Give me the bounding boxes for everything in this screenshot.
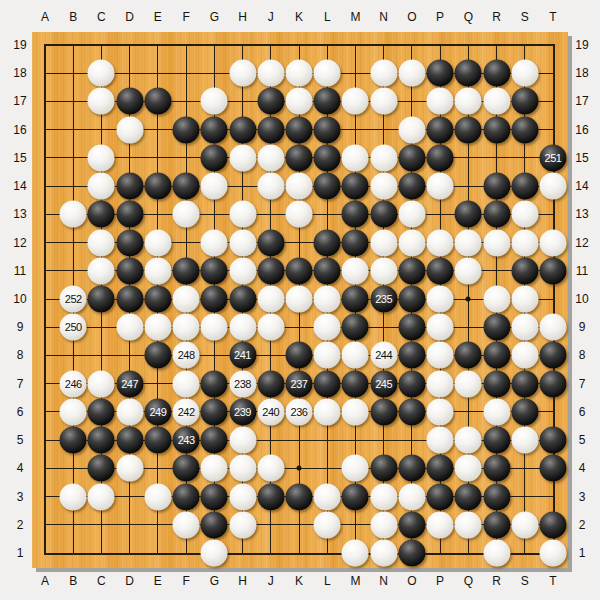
intersection-D8[interactable] xyxy=(116,341,144,369)
black-stone-C13[interactable] xyxy=(88,201,115,228)
white-stone-L6[interactable] xyxy=(314,398,341,425)
white-stone-E11[interactable] xyxy=(144,257,171,284)
intersection-A15[interactable] xyxy=(31,144,59,172)
white-stone-N18[interactable] xyxy=(370,60,397,87)
white-stone-O18[interactable] xyxy=(398,60,425,87)
white-stone-F8[interactable]: 248 xyxy=(173,342,200,369)
intersection-A13[interactable] xyxy=(31,200,59,228)
intersection-B16[interactable] xyxy=(59,116,87,144)
black-stone-N7[interactable]: 245 xyxy=(370,370,397,397)
intersection-P19[interactable] xyxy=(426,31,454,59)
white-stone-D6[interactable] xyxy=(116,398,143,425)
white-stone-C18[interactable] xyxy=(88,60,115,87)
intersection-K19[interactable] xyxy=(285,31,313,59)
intersection-B15[interactable] xyxy=(59,144,87,172)
white-stone-Q11[interactable] xyxy=(455,257,482,284)
white-stone-C14[interactable] xyxy=(88,173,115,200)
black-stone-J7[interactable] xyxy=(257,370,284,397)
white-stone-B3[interactable] xyxy=(60,483,87,510)
black-stone-O15[interactable] xyxy=(398,144,425,171)
black-stone-M7[interactable] xyxy=(342,370,369,397)
black-stone-O1[interactable] xyxy=(398,540,425,567)
black-stone-L15[interactable] xyxy=(314,144,341,171)
intersection-F12[interactable] xyxy=(172,229,200,257)
white-stone-B7[interactable]: 246 xyxy=(60,370,87,397)
black-stone-G16[interactable] xyxy=(201,116,228,143)
white-stone-S8[interactable] xyxy=(511,342,538,369)
black-stone-O10[interactable] xyxy=(398,286,425,313)
intersection-C8[interactable] xyxy=(87,341,115,369)
white-stone-H12[interactable] xyxy=(229,229,256,256)
black-stone-K7[interactable]: 237 xyxy=(286,370,313,397)
white-stone-N12[interactable] xyxy=(370,229,397,256)
black-stone-R9[interactable] xyxy=(483,314,510,341)
black-stone-P16[interactable] xyxy=(427,116,454,143)
black-stone-E17[interactable] xyxy=(144,88,171,115)
white-stone-H9[interactable] xyxy=(229,314,256,341)
intersection-A14[interactable] xyxy=(31,172,59,200)
intersection-S4[interactable] xyxy=(511,454,539,482)
black-stone-D12[interactable] xyxy=(116,229,143,256)
black-stone-D14[interactable] xyxy=(116,173,143,200)
intersection-C2[interactable] xyxy=(87,511,115,539)
white-stone-Q7[interactable] xyxy=(455,370,482,397)
black-stone-P11[interactable] xyxy=(427,257,454,284)
intersection-Q10[interactable] xyxy=(454,285,482,313)
white-stone-G12[interactable] xyxy=(201,229,228,256)
white-stone-G1[interactable] xyxy=(201,540,228,567)
white-stone-Q12[interactable] xyxy=(455,229,482,256)
white-stone-S2[interactable] xyxy=(511,511,538,538)
black-stone-O8[interactable] xyxy=(398,342,425,369)
intersection-Q14[interactable] xyxy=(454,172,482,200)
intersection-R11[interactable] xyxy=(483,257,511,285)
intersection-E15[interactable] xyxy=(144,144,172,172)
white-stone-P8[interactable] xyxy=(427,342,454,369)
white-stone-M4[interactable] xyxy=(342,455,369,482)
black-stone-R13[interactable] xyxy=(483,201,510,228)
black-stone-B5[interactable] xyxy=(60,427,87,454)
white-stone-G4[interactable] xyxy=(201,455,228,482)
white-stone-G17[interactable] xyxy=(201,88,228,115)
intersection-E13[interactable] xyxy=(144,200,172,228)
black-stone-M13[interactable] xyxy=(342,201,369,228)
black-stone-J16[interactable] xyxy=(257,116,284,143)
black-stone-L12[interactable] xyxy=(314,229,341,256)
intersection-H1[interactable] xyxy=(229,539,257,567)
white-stone-S13[interactable] xyxy=(511,201,538,228)
intersection-Q19[interactable] xyxy=(454,31,482,59)
white-stone-K13[interactable] xyxy=(286,201,313,228)
white-stone-H4[interactable] xyxy=(229,455,256,482)
white-stone-K18[interactable] xyxy=(286,60,313,87)
intersection-A4[interactable] xyxy=(31,454,59,482)
white-stone-H5[interactable] xyxy=(229,427,256,454)
intersection-K9[interactable] xyxy=(285,313,313,341)
white-stone-R1[interactable] xyxy=(483,540,510,567)
intersection-E2[interactable] xyxy=(144,511,172,539)
white-stone-M8[interactable] xyxy=(342,342,369,369)
black-stone-R14[interactable] xyxy=(483,173,510,200)
black-stone-J12[interactable] xyxy=(257,229,284,256)
intersection-M2[interactable] xyxy=(341,511,369,539)
black-stone-O11[interactable] xyxy=(398,257,425,284)
white-stone-N11[interactable] xyxy=(370,257,397,284)
intersection-A18[interactable] xyxy=(31,59,59,87)
black-stone-L7[interactable] xyxy=(314,370,341,397)
intersection-M18[interactable] xyxy=(341,59,369,87)
black-stone-D17[interactable] xyxy=(116,88,143,115)
black-stone-R4[interactable] xyxy=(483,455,510,482)
black-stone-F3[interactable] xyxy=(173,483,200,510)
intersection-C9[interactable] xyxy=(87,313,115,341)
white-stone-L8[interactable] xyxy=(314,342,341,369)
white-stone-C15[interactable] xyxy=(88,144,115,171)
white-stone-D16[interactable] xyxy=(116,116,143,143)
black-stone-R5[interactable] xyxy=(483,427,510,454)
white-stone-P12[interactable] xyxy=(427,229,454,256)
black-stone-E8[interactable] xyxy=(144,342,171,369)
white-stone-B6[interactable] xyxy=(60,398,87,425)
white-stone-F2[interactable] xyxy=(173,511,200,538)
black-stone-O6[interactable] xyxy=(398,398,425,425)
black-stone-L16[interactable] xyxy=(314,116,341,143)
intersection-J5[interactable] xyxy=(257,426,285,454)
intersection-D18[interactable] xyxy=(116,59,144,87)
intersection-E1[interactable] xyxy=(144,539,172,567)
white-stone-S12[interactable] xyxy=(511,229,538,256)
intersection-S19[interactable] xyxy=(511,31,539,59)
intersection-B8[interactable] xyxy=(59,341,87,369)
white-stone-F6[interactable]: 242 xyxy=(173,398,200,425)
white-stone-H2[interactable] xyxy=(229,511,256,538)
black-stone-L14[interactable] xyxy=(314,173,341,200)
white-stone-N3[interactable] xyxy=(370,483,397,510)
white-stone-C17[interactable] xyxy=(88,88,115,115)
white-stone-P7[interactable] xyxy=(427,370,454,397)
black-stone-K16[interactable] xyxy=(286,116,313,143)
intersection-R19[interactable] xyxy=(483,31,511,59)
white-stone-J4[interactable] xyxy=(257,455,284,482)
black-stone-K15[interactable] xyxy=(286,144,313,171)
black-stone-G5[interactable] xyxy=(201,427,228,454)
black-stone-E14[interactable] xyxy=(144,173,171,200)
intersection-M19[interactable] xyxy=(341,31,369,59)
white-stone-N2[interactable] xyxy=(370,511,397,538)
intersection-E18[interactable] xyxy=(144,59,172,87)
intersection-T18[interactable] xyxy=(539,59,567,87)
intersection-A8[interactable] xyxy=(31,341,59,369)
white-stone-H7[interactable]: 238 xyxy=(229,370,256,397)
intersection-A19[interactable] xyxy=(31,31,59,59)
intersection-J1[interactable] xyxy=(257,539,285,567)
white-stone-N17[interactable] xyxy=(370,88,397,115)
white-stone-L10[interactable] xyxy=(314,286,341,313)
white-stone-R10[interactable] xyxy=(483,286,510,313)
black-stone-Q3[interactable] xyxy=(455,483,482,510)
white-stone-N15[interactable] xyxy=(370,144,397,171)
black-stone-M9[interactable] xyxy=(342,314,369,341)
black-stone-C6[interactable] xyxy=(88,398,115,425)
black-stone-K11[interactable] xyxy=(286,257,313,284)
white-stone-J14[interactable] xyxy=(257,173,284,200)
black-stone-E5[interactable] xyxy=(144,427,171,454)
intersection-C1[interactable] xyxy=(87,539,115,567)
black-stone-M10[interactable] xyxy=(342,286,369,313)
intersection-Q9[interactable] xyxy=(454,313,482,341)
white-stone-J15[interactable] xyxy=(257,144,284,171)
black-stone-F5[interactable]: 243 xyxy=(173,427,200,454)
intersection-Q6[interactable] xyxy=(454,398,482,426)
intersection-B1[interactable] xyxy=(59,539,87,567)
black-stone-O9[interactable] xyxy=(398,314,425,341)
intersection-T13[interactable] xyxy=(539,200,567,228)
black-stone-F14[interactable] xyxy=(173,173,200,200)
black-stone-J3[interactable] xyxy=(257,483,284,510)
black-stone-L11[interactable] xyxy=(314,257,341,284)
intersection-F18[interactable] xyxy=(172,59,200,87)
white-stone-J18[interactable] xyxy=(257,60,284,87)
intersection-A11[interactable] xyxy=(31,257,59,285)
white-stone-P5[interactable] xyxy=(427,427,454,454)
black-stone-G11[interactable] xyxy=(201,257,228,284)
white-stone-T1[interactable] xyxy=(540,540,567,567)
black-stone-D11[interactable] xyxy=(116,257,143,284)
intersection-K2[interactable] xyxy=(285,511,313,539)
intersection-P1[interactable] xyxy=(426,539,454,567)
intersection-A7[interactable] xyxy=(31,370,59,398)
intersection-O17[interactable] xyxy=(398,87,426,115)
white-stone-N14[interactable] xyxy=(370,173,397,200)
white-stone-Q5[interactable] xyxy=(455,427,482,454)
black-stone-G6[interactable] xyxy=(201,398,228,425)
intersection-B19[interactable] xyxy=(59,31,87,59)
intersection-D3[interactable] xyxy=(116,483,144,511)
black-stone-K3[interactable] xyxy=(286,483,313,510)
white-stone-N8[interactable]: 244 xyxy=(370,342,397,369)
intersection-D1[interactable] xyxy=(116,539,144,567)
intersection-G19[interactable] xyxy=(200,31,228,59)
white-stone-L3[interactable] xyxy=(314,483,341,510)
intersection-Q15[interactable] xyxy=(454,144,482,172)
intersection-K1[interactable] xyxy=(285,539,313,567)
intersection-C19[interactable] xyxy=(87,31,115,59)
black-stone-R8[interactable] xyxy=(483,342,510,369)
intersection-Q1[interactable] xyxy=(454,539,482,567)
black-stone-N4[interactable] xyxy=(370,455,397,482)
intersection-F19[interactable] xyxy=(172,31,200,59)
white-stone-B13[interactable] xyxy=(60,201,87,228)
black-stone-G7[interactable] xyxy=(201,370,228,397)
intersection-F17[interactable] xyxy=(172,87,200,115)
black-stone-Q8[interactable] xyxy=(455,342,482,369)
intersection-L1[interactable] xyxy=(313,539,341,567)
black-stone-F4[interactable] xyxy=(173,455,200,482)
intersection-D19[interactable] xyxy=(116,31,144,59)
white-stone-F9[interactable] xyxy=(173,314,200,341)
black-stone-G15[interactable] xyxy=(201,144,228,171)
intersection-N5[interactable] xyxy=(370,426,398,454)
white-stone-R17[interactable] xyxy=(483,88,510,115)
black-stone-S16[interactable] xyxy=(511,116,538,143)
white-stone-H18[interactable] xyxy=(229,60,256,87)
white-stone-G9[interactable] xyxy=(201,314,228,341)
intersection-K5[interactable] xyxy=(285,426,313,454)
intersection-N16[interactable] xyxy=(370,116,398,144)
intersection-D2[interactable] xyxy=(116,511,144,539)
white-stone-B10[interactable]: 252 xyxy=(60,286,87,313)
white-stone-S5[interactable] xyxy=(511,427,538,454)
black-stone-Q16[interactable] xyxy=(455,116,482,143)
black-stone-O14[interactable] xyxy=(398,173,425,200)
intersection-F1[interactable] xyxy=(172,539,200,567)
intersection-T17[interactable] xyxy=(539,87,567,115)
intersection-S3[interactable] xyxy=(511,483,539,511)
intersection-J13[interactable] xyxy=(257,200,285,228)
black-stone-D13[interactable] xyxy=(116,201,143,228)
intersection-M16[interactable] xyxy=(341,116,369,144)
white-stone-K10[interactable] xyxy=(286,286,313,313)
intersection-E4[interactable] xyxy=(144,454,172,482)
white-stone-B9[interactable]: 250 xyxy=(60,314,87,341)
white-stone-T12[interactable] xyxy=(540,229,567,256)
intersection-S1[interactable] xyxy=(511,539,539,567)
white-stone-M1[interactable] xyxy=(342,540,369,567)
black-stone-H16[interactable] xyxy=(229,116,256,143)
white-stone-R12[interactable] xyxy=(483,229,510,256)
white-stone-R6[interactable] xyxy=(483,398,510,425)
black-stone-D7[interactable]: 247 xyxy=(116,370,143,397)
white-stone-O3[interactable] xyxy=(398,483,425,510)
intersection-B18[interactable] xyxy=(59,59,87,87)
white-stone-M17[interactable] xyxy=(342,88,369,115)
black-stone-S11[interactable] xyxy=(511,257,538,284)
intersection-O19[interactable] xyxy=(398,31,426,59)
white-stone-E3[interactable] xyxy=(144,483,171,510)
intersection-G8[interactable] xyxy=(200,341,228,369)
black-stone-O4[interactable] xyxy=(398,455,425,482)
intersection-K4[interactable] xyxy=(285,454,313,482)
white-stone-P9[interactable] xyxy=(427,314,454,341)
white-stone-E12[interactable] xyxy=(144,229,171,256)
intersection-A2[interactable] xyxy=(31,511,59,539)
intersection-P13[interactable] xyxy=(426,200,454,228)
white-stone-L9[interactable] xyxy=(314,314,341,341)
white-stone-T14[interactable] xyxy=(540,173,567,200)
black-stone-S6[interactable] xyxy=(511,398,538,425)
white-stone-K6[interactable]: 236 xyxy=(286,398,313,425)
intersection-E16[interactable] xyxy=(144,116,172,144)
black-stone-D5[interactable] xyxy=(116,427,143,454)
white-stone-J9[interactable] xyxy=(257,314,284,341)
intersection-B14[interactable] xyxy=(59,172,87,200)
black-stone-N6[interactable] xyxy=(370,398,397,425)
black-stone-S7[interactable] xyxy=(511,370,538,397)
white-stone-K17[interactable] xyxy=(286,88,313,115)
white-stone-S10[interactable] xyxy=(511,286,538,313)
black-stone-T2[interactable] xyxy=(540,511,567,538)
black-stone-T15[interactable]: 251 xyxy=(540,144,567,171)
white-stone-K14[interactable] xyxy=(286,173,313,200)
black-stone-P3[interactable] xyxy=(427,483,454,510)
white-stone-S9[interactable] xyxy=(511,314,538,341)
intersection-R15[interactable] xyxy=(483,144,511,172)
intersection-A10[interactable] xyxy=(31,285,59,313)
intersection-A9[interactable] xyxy=(31,313,59,341)
black-stone-O2[interactable] xyxy=(398,511,425,538)
intersection-B12[interactable] xyxy=(59,229,87,257)
intersection-D15[interactable] xyxy=(116,144,144,172)
white-stone-P6[interactable] xyxy=(427,398,454,425)
intersection-H14[interactable] xyxy=(229,172,257,200)
white-stone-O16[interactable] xyxy=(398,116,425,143)
black-stone-R3[interactable] xyxy=(483,483,510,510)
intersection-B11[interactable] xyxy=(59,257,87,285)
intersection-A16[interactable] xyxy=(31,116,59,144)
intersection-J8[interactable] xyxy=(257,341,285,369)
black-stone-Q13[interactable] xyxy=(455,201,482,228)
white-stone-C7[interactable] xyxy=(88,370,115,397)
black-stone-E6[interactable]: 249 xyxy=(144,398,171,425)
intersection-A1[interactable] xyxy=(31,539,59,567)
black-stone-H8[interactable]: 241 xyxy=(229,342,256,369)
black-stone-F11[interactable] xyxy=(173,257,200,284)
white-stone-J10[interactable] xyxy=(257,286,284,313)
intersection-H17[interactable] xyxy=(229,87,257,115)
black-stone-J11[interactable] xyxy=(257,257,284,284)
white-stone-C12[interactable] xyxy=(88,229,115,256)
white-stone-F7[interactable] xyxy=(173,370,200,397)
white-stone-C3[interactable] xyxy=(88,483,115,510)
intersection-A6[interactable] xyxy=(31,398,59,426)
white-stone-T9[interactable] xyxy=(540,314,567,341)
intersection-T19[interactable] xyxy=(539,31,567,59)
black-stone-J17[interactable] xyxy=(257,88,284,115)
intersection-G18[interactable] xyxy=(200,59,228,87)
white-stone-P14[interactable] xyxy=(427,173,454,200)
black-stone-C10[interactable] xyxy=(88,286,115,313)
intersection-J2[interactable] xyxy=(257,511,285,539)
white-stone-L2[interactable] xyxy=(314,511,341,538)
intersection-L4[interactable] xyxy=(313,454,341,482)
black-stone-M14[interactable] xyxy=(342,173,369,200)
black-stone-T8[interactable] xyxy=(540,342,567,369)
intersection-N9[interactable] xyxy=(370,313,398,341)
black-stone-O7[interactable] xyxy=(398,370,425,397)
black-stone-T4[interactable] xyxy=(540,455,567,482)
intersection-B2[interactable] xyxy=(59,511,87,539)
white-stone-M6[interactable] xyxy=(342,398,369,425)
black-stone-C4[interactable] xyxy=(88,455,115,482)
black-stone-G2[interactable] xyxy=(201,511,228,538)
black-stone-M12[interactable] xyxy=(342,229,369,256)
intersection-L13[interactable] xyxy=(313,200,341,228)
black-stone-T7[interactable] xyxy=(540,370,567,397)
black-stone-P18[interactable] xyxy=(427,60,454,87)
white-stone-F13[interactable] xyxy=(173,201,200,228)
intersection-C16[interactable] xyxy=(87,116,115,144)
intersection-L19[interactable] xyxy=(313,31,341,59)
intersection-L5[interactable] xyxy=(313,426,341,454)
intersection-E19[interactable] xyxy=(144,31,172,59)
intersection-A12[interactable] xyxy=(31,229,59,257)
black-stone-Q18[interactable] xyxy=(455,60,482,87)
black-stone-R7[interactable] xyxy=(483,370,510,397)
white-stone-G14[interactable] xyxy=(201,173,228,200)
white-stone-F10[interactable] xyxy=(173,286,200,313)
black-stone-H6[interactable]: 239 xyxy=(229,398,256,425)
white-stone-D9[interactable] xyxy=(116,314,143,341)
